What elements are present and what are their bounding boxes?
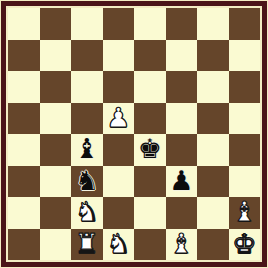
piece-white-rook-c1[interactable]: ♜ xyxy=(75,229,99,260)
square-b2[interactable] xyxy=(40,197,72,229)
square-g6[interactable] xyxy=(197,71,229,103)
piece-black-king-e4[interactable]: ♚ xyxy=(138,134,162,165)
square-b5[interactable] xyxy=(40,103,72,135)
square-f8[interactable] xyxy=(166,8,198,40)
square-g5[interactable] xyxy=(197,103,229,135)
piece-white-pawn-d5[interactable]: ♟ xyxy=(106,103,130,134)
board-frame: ♟♝♚♞♟♞♝♜♞♝♚ xyxy=(0,0,268,268)
square-b1[interactable] xyxy=(40,229,72,261)
square-b3[interactable] xyxy=(40,166,72,198)
piece-black-pawn-f3[interactable]: ♟ xyxy=(169,166,193,197)
square-g8[interactable] xyxy=(197,8,229,40)
square-g7[interactable] xyxy=(197,40,229,72)
square-h6[interactable] xyxy=(229,71,261,103)
square-d3[interactable] xyxy=(103,166,135,198)
square-e5[interactable] xyxy=(134,103,166,135)
square-a7[interactable] xyxy=(8,40,40,72)
square-c3[interactable]: ♞ xyxy=(71,166,103,198)
square-d2[interactable] xyxy=(103,197,135,229)
piece-white-knight-d1[interactable]: ♞ xyxy=(106,229,130,260)
square-a3[interactable] xyxy=(8,166,40,198)
square-a5[interactable] xyxy=(8,103,40,135)
piece-white-bishop-f1[interactable]: ♝ xyxy=(169,229,193,260)
square-d7[interactable] xyxy=(103,40,135,72)
square-e6[interactable] xyxy=(134,71,166,103)
square-h2[interactable]: ♝ xyxy=(229,197,261,229)
square-a4[interactable] xyxy=(8,134,40,166)
square-b8[interactable] xyxy=(40,8,72,40)
square-c2[interactable]: ♞ xyxy=(71,197,103,229)
square-d6[interactable] xyxy=(103,71,135,103)
square-c7[interactable] xyxy=(71,40,103,72)
square-h3[interactable] xyxy=(229,166,261,198)
piece-black-knight-c3[interactable]: ♞ xyxy=(75,166,99,197)
square-d1[interactable]: ♞ xyxy=(103,229,135,261)
square-b7[interactable] xyxy=(40,40,72,72)
square-g1[interactable] xyxy=(197,229,229,261)
square-d4[interactable] xyxy=(103,134,135,166)
square-c5[interactable] xyxy=(71,103,103,135)
square-c8[interactable] xyxy=(71,8,103,40)
square-d5[interactable]: ♟ xyxy=(103,103,135,135)
piece-white-knight-c2[interactable]: ♞ xyxy=(75,197,99,228)
square-d8[interactable] xyxy=(103,8,135,40)
square-g4[interactable] xyxy=(197,134,229,166)
square-e8[interactable] xyxy=(134,8,166,40)
square-b4[interactable] xyxy=(40,134,72,166)
square-h8[interactable] xyxy=(229,8,261,40)
square-a1[interactable] xyxy=(8,229,40,261)
square-g3[interactable] xyxy=(197,166,229,198)
square-e7[interactable] xyxy=(134,40,166,72)
square-c6[interactable] xyxy=(71,71,103,103)
square-f1[interactable]: ♝ xyxy=(166,229,198,261)
square-h4[interactable] xyxy=(229,134,261,166)
square-f6[interactable] xyxy=(166,71,198,103)
square-h1[interactable]: ♚ xyxy=(229,229,261,261)
square-h7[interactable] xyxy=(229,40,261,72)
square-b6[interactable] xyxy=(40,71,72,103)
board-inner-border: ♟♝♚♞♟♞♝♜♞♝♚ xyxy=(6,6,262,262)
piece-black-bishop-c4[interactable]: ♝ xyxy=(75,134,99,165)
square-e4[interactable]: ♚ xyxy=(134,134,166,166)
square-f5[interactable] xyxy=(166,103,198,135)
square-c1[interactable]: ♜ xyxy=(71,229,103,261)
square-h5[interactable] xyxy=(229,103,261,135)
square-e1[interactable] xyxy=(134,229,166,261)
square-f4[interactable] xyxy=(166,134,198,166)
square-e3[interactable] xyxy=(134,166,166,198)
square-a8[interactable] xyxy=(8,8,40,40)
square-g2[interactable] xyxy=(197,197,229,229)
square-c4[interactable]: ♝ xyxy=(71,134,103,166)
square-a6[interactable] xyxy=(8,71,40,103)
square-f2[interactable] xyxy=(166,197,198,229)
piece-white-king-h1[interactable]: ♚ xyxy=(232,229,256,260)
piece-white-bishop-h2[interactable]: ♝ xyxy=(232,197,256,228)
square-a2[interactable] xyxy=(8,197,40,229)
chess-board: ♟♝♚♞♟♞♝♜♞♝♚ xyxy=(8,8,260,260)
square-e2[interactable] xyxy=(134,197,166,229)
square-f3[interactable]: ♟ xyxy=(166,166,198,198)
square-f7[interactable] xyxy=(166,40,198,72)
